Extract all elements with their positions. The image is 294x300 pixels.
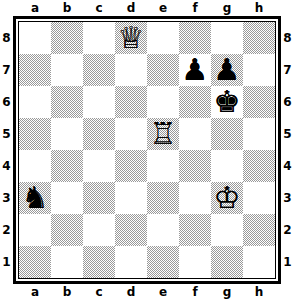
rank-label-1: 1 — [0, 255, 13, 269]
square-d8[interactable]: ♕ — [115, 22, 147, 54]
rank-label-7: 7 — [0, 63, 13, 77]
square-g2[interactable] — [211, 214, 243, 246]
file-label-c: c — [83, 1, 115, 15]
white-piece-r: ♖ — [150, 118, 177, 150]
file-label-e: e — [147, 285, 179, 299]
rank-label-6: 6 — [281, 95, 294, 109]
rank-label-5: 5 — [281, 127, 294, 141]
square-b1[interactable] — [51, 246, 83, 278]
file-label-b: b — [51, 285, 83, 299]
file-labels-bottom: abcdefgh — [13, 284, 281, 300]
rank-labels-right: 87654321 — [281, 16, 294, 284]
square-e6[interactable] — [147, 86, 179, 118]
black-piece-p: ♟ — [182, 54, 209, 86]
square-g8[interactable] — [211, 22, 243, 54]
file-label-c: c — [83, 285, 115, 299]
file-label-e: e — [147, 1, 179, 15]
square-f4[interactable] — [179, 150, 211, 182]
rank-label-2: 2 — [281, 223, 294, 237]
file-label-f: f — [179, 1, 211, 15]
square-h4[interactable] — [243, 150, 275, 182]
square-f6[interactable] — [179, 86, 211, 118]
square-d7[interactable] — [115, 54, 147, 86]
square-b6[interactable] — [51, 86, 83, 118]
black-piece-p: ♟ — [214, 54, 241, 86]
square-e5[interactable]: ♖ — [147, 118, 179, 150]
square-f3[interactable] — [179, 182, 211, 214]
chess-board: ♕♟♟♚♖♞♔ — [19, 22, 275, 278]
square-a8[interactable] — [19, 22, 51, 54]
square-c4[interactable] — [83, 150, 115, 182]
board-inner-border: ♕♟♟♚♖♞♔ — [18, 21, 276, 279]
file-label-f: f — [179, 285, 211, 299]
square-c7[interactable] — [83, 54, 115, 86]
file-label-g: g — [211, 285, 243, 299]
square-d5[interactable] — [115, 118, 147, 150]
file-label-b: b — [51, 1, 83, 15]
rank-label-8: 8 — [0, 31, 13, 45]
square-a1[interactable] — [19, 246, 51, 278]
file-labels-top: abcdefgh — [13, 0, 281, 16]
rank-label-3: 3 — [281, 191, 294, 205]
square-d1[interactable] — [115, 246, 147, 278]
square-e8[interactable] — [147, 22, 179, 54]
white-piece-k: ♔ — [214, 182, 241, 214]
square-c6[interactable] — [83, 86, 115, 118]
square-h1[interactable] — [243, 246, 275, 278]
square-b2[interactable] — [51, 214, 83, 246]
file-label-g: g — [211, 1, 243, 15]
square-g6[interactable]: ♚ — [211, 86, 243, 118]
square-a2[interactable] — [19, 214, 51, 246]
square-h3[interactable] — [243, 182, 275, 214]
square-d3[interactable] — [115, 182, 147, 214]
square-h6[interactable] — [243, 86, 275, 118]
square-g3[interactable]: ♔ — [211, 182, 243, 214]
square-c5[interactable] — [83, 118, 115, 150]
square-e4[interactable] — [147, 150, 179, 182]
square-f5[interactable] — [179, 118, 211, 150]
square-f1[interactable] — [179, 246, 211, 278]
square-c1[interactable] — [83, 246, 115, 278]
square-a7[interactable] — [19, 54, 51, 86]
square-e7[interactable] — [147, 54, 179, 86]
file-label-d: d — [115, 285, 147, 299]
square-e2[interactable] — [147, 214, 179, 246]
rank-label-4: 4 — [0, 159, 13, 173]
rank-label-3: 3 — [0, 191, 13, 205]
square-b4[interactable] — [51, 150, 83, 182]
square-c2[interactable] — [83, 214, 115, 246]
rank-label-2: 2 — [0, 223, 13, 237]
black-piece-n: ♞ — [22, 182, 49, 214]
square-c3[interactable] — [83, 182, 115, 214]
file-label-h: h — [243, 285, 275, 299]
rank-label-4: 4 — [281, 159, 294, 173]
square-b8[interactable] — [51, 22, 83, 54]
square-d2[interactable] — [115, 214, 147, 246]
rank-label-7: 7 — [281, 63, 294, 77]
white-piece-q: ♕ — [118, 22, 145, 54]
rank-label-6: 6 — [0, 95, 13, 109]
square-a4[interactable] — [19, 150, 51, 182]
square-h7[interactable] — [243, 54, 275, 86]
rank-label-1: 1 — [281, 255, 294, 269]
square-d4[interactable] — [115, 150, 147, 182]
file-label-a: a — [19, 285, 51, 299]
square-h5[interactable] — [243, 118, 275, 150]
square-b3[interactable] — [51, 182, 83, 214]
black-piece-k: ♚ — [214, 86, 241, 118]
square-b5[interactable] — [51, 118, 83, 150]
square-d6[interactable] — [115, 86, 147, 118]
file-label-a: a — [19, 1, 51, 15]
square-f2[interactable] — [179, 214, 211, 246]
square-f7[interactable]: ♟ — [179, 54, 211, 86]
square-e1[interactable] — [147, 246, 179, 278]
square-a3[interactable]: ♞ — [19, 182, 51, 214]
square-a6[interactable] — [19, 86, 51, 118]
square-a5[interactable] — [19, 118, 51, 150]
board-frame: ♕♟♟♚♖♞♔ — [13, 16, 281, 284]
square-g1[interactable] — [211, 246, 243, 278]
square-h2[interactable] — [243, 214, 275, 246]
square-b7[interactable] — [51, 54, 83, 86]
square-g4[interactable] — [211, 150, 243, 182]
square-g7[interactable]: ♟ — [211, 54, 243, 86]
square-h8[interactable] — [243, 22, 275, 54]
square-e3[interactable] — [147, 182, 179, 214]
square-g5[interactable] — [211, 118, 243, 150]
rank-label-5: 5 — [0, 127, 13, 141]
file-label-h: h — [243, 1, 275, 15]
chess-diagram: abcdefgh 87654321 ♕♟♟♚♖♞♔ 87654321 abcde… — [0, 0, 294, 300]
rank-label-8: 8 — [281, 31, 294, 45]
square-c8[interactable] — [83, 22, 115, 54]
square-f8[interactable] — [179, 22, 211, 54]
file-label-d: d — [115, 1, 147, 15]
rank-labels-left: 87654321 — [0, 16, 13, 284]
